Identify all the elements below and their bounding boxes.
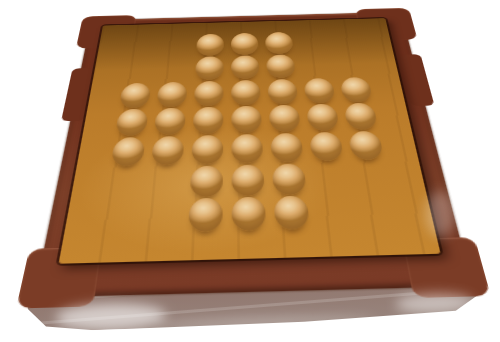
hole-cell [265,104,305,133]
hole-cell [183,197,227,233]
hole-cell [340,102,383,131]
board-blank [118,58,157,83]
board-blank [297,53,336,78]
hole-cell [261,31,297,55]
hole-cell [305,131,348,162]
hole-cell [268,162,312,196]
hole-cell [187,134,228,165]
wrap-scuff [395,292,473,314]
hole-cell [188,106,227,135]
board-blank [157,34,193,58]
hole-cell [269,195,315,231]
board [59,18,441,264]
hole-cell [110,108,152,137]
hole-cell [149,107,189,136]
board-blank [308,161,353,195]
hole-cell [336,76,377,103]
hole-cell [114,82,154,109]
board-blank [155,57,193,82]
board-blank [143,165,187,199]
hole-cell [146,135,188,166]
board-blank [333,52,373,77]
hole-cell [191,56,227,81]
photo-stage [0,0,500,342]
hole-cell [227,133,267,164]
board-blank [353,193,402,229]
board-blank [329,29,367,53]
board-blank [349,160,396,194]
hole-cell [192,33,227,57]
board-blank [311,194,358,230]
scene [0,0,500,342]
hole-cell [106,136,150,167]
board-blank [122,35,159,59]
tray-side-tab-right [399,54,434,106]
hole-cell [266,132,308,163]
board-blank [101,167,146,201]
tray-3d-wrapper [34,12,472,298]
board-blank [295,30,332,54]
tray [34,12,472,298]
board-blank [95,199,142,236]
hole-cell [227,32,262,56]
hole-cell [227,55,263,80]
hole-cell [190,80,228,107]
hole-cell [227,163,269,197]
hole-cell [152,81,191,108]
hole-cell [300,77,340,104]
hole-cell [344,130,389,161]
board-blank [139,198,185,235]
hole-cell [262,54,299,79]
peg-grid [95,29,402,235]
hole-cell [227,79,265,106]
hole-cell [264,78,303,105]
hole-cell [302,103,344,132]
hole-cell [185,164,227,198]
hole-cell [227,196,271,232]
hole-cell [227,105,266,134]
